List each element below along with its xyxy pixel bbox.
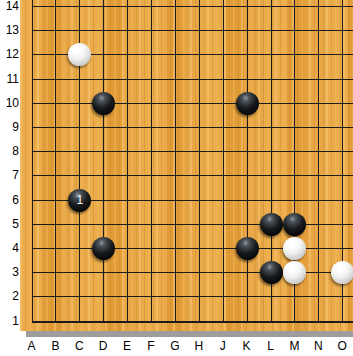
stone-black-l3[interactable] — [260, 261, 283, 284]
go-board-app: 1413121110987654321 ABCDEFGHJKLMNO 1 — [0, 0, 353, 356]
grid-vertical-line-G — [175, 0, 176, 322]
grid-horizontal-line-13 — [32, 30, 353, 31]
column-label-N: N — [306, 340, 330, 353]
column-label-L: L — [259, 340, 283, 353]
grid-vertical-line-N — [318, 0, 319, 322]
move-number-label: 1 — [76, 194, 83, 206]
board-drop-shadow — [26, 331, 353, 337]
stone-black-l5[interactable] — [260, 213, 283, 236]
column-label-D: D — [91, 340, 115, 353]
column-label-J: J — [211, 340, 235, 353]
grid-horizontal-line-9 — [32, 127, 353, 128]
grid-vertical-line-K — [247, 0, 248, 322]
row-label-4: 4 — [0, 242, 19, 255]
grid-vertical-line-F — [151, 0, 152, 322]
row-label-9: 9 — [0, 121, 19, 134]
grid-vertical-line-E — [127, 0, 128, 322]
row-label-10: 10 — [0, 96, 19, 109]
row-label-1: 1 — [0, 314, 19, 327]
grid-vertical-line-D — [103, 0, 104, 322]
grid-vertical-line-B — [55, 0, 56, 322]
column-label-O: O — [330, 340, 353, 353]
row-label-3: 3 — [0, 266, 19, 279]
grid-horizontal-line-7 — [32, 175, 353, 176]
grid-vertical-line-H — [199, 0, 200, 322]
grid-horizontal-line-8 — [32, 151, 353, 152]
column-label-C: C — [67, 340, 91, 353]
column-label-G: G — [163, 340, 187, 353]
column-label-M: M — [282, 340, 306, 353]
stone-white-o3[interactable] — [331, 261, 353, 284]
row-label-12: 12 — [0, 48, 19, 61]
column-label-A: A — [20, 340, 44, 353]
grid-horizontal-line-11 — [32, 79, 353, 80]
grid-horizontal-line-10 — [32, 103, 353, 104]
stone-black-k10[interactable] — [236, 92, 259, 115]
row-label-7: 7 — [0, 169, 19, 182]
column-label-E: E — [115, 340, 139, 353]
row-label-13: 13 — [0, 24, 19, 37]
column-label-K: K — [235, 340, 259, 353]
grid-horizontal-line-1 — [32, 321, 353, 323]
row-label-14: 14 — [0, 0, 19, 13]
grid-horizontal-line-2 — [32, 296, 353, 297]
grid-horizontal-line-14 — [32, 6, 353, 7]
row-label-11: 11 — [0, 72, 19, 85]
row-label-8: 8 — [0, 145, 19, 158]
row-label-5: 5 — [0, 217, 19, 230]
grid-vertical-line-A — [32, 0, 33, 322]
grid-vertical-line-J — [223, 0, 224, 322]
stone-black-k4[interactable] — [236, 237, 259, 260]
stone-black-c6[interactable]: 1 — [68, 189, 91, 212]
row-label-2: 2 — [0, 290, 19, 303]
row-label-6: 6 — [0, 193, 19, 206]
column-label-H: H — [187, 340, 211, 353]
column-label-B: B — [43, 340, 67, 353]
column-label-F: F — [139, 340, 163, 353]
stone-black-d10[interactable] — [92, 92, 115, 115]
